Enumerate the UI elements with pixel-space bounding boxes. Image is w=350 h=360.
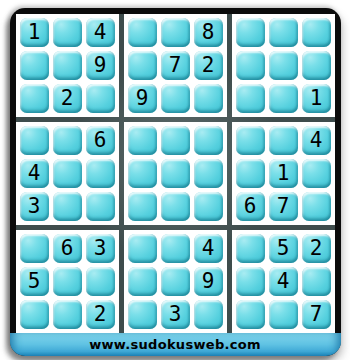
- cell-r4c6-empty[interactable]: [194, 126, 223, 155]
- cell-r5c8-given: 1: [269, 159, 298, 188]
- cell-r8c4-empty[interactable]: [128, 267, 157, 296]
- cell-r1c7-empty[interactable]: [236, 18, 265, 47]
- cell-r1c1-given: 1: [20, 18, 49, 47]
- cell-r9c4-empty[interactable]: [128, 300, 157, 329]
- cell-r6c9-empty[interactable]: [302, 192, 331, 221]
- cell-r1c2-empty[interactable]: [53, 18, 82, 47]
- cell-r4c1-empty[interactable]: [20, 126, 49, 155]
- cell-r6c1-given: 3: [20, 192, 49, 221]
- cell-r7c2-given: 6: [53, 234, 82, 263]
- box-2-2: [124, 122, 227, 225]
- cell-r7c9-given: 2: [302, 234, 331, 263]
- cell-r5c4-empty[interactable]: [128, 159, 157, 188]
- cell-r5c5-empty[interactable]: [161, 159, 190, 188]
- box-3-3: 5247: [232, 230, 335, 333]
- cell-r3c6-empty[interactable]: [194, 84, 223, 113]
- cell-r7c3-given: 3: [86, 234, 115, 263]
- cell-r2c5-given: 7: [161, 51, 190, 80]
- cell-r4c2-empty[interactable]: [53, 126, 82, 155]
- cell-r3c4-given: 9: [128, 84, 157, 113]
- cell-r5c6-empty[interactable]: [194, 159, 223, 188]
- sudoku-board: 149287291643416763524935247: [16, 14, 335, 333]
- cell-r4c7-empty[interactable]: [236, 126, 265, 155]
- cell-r1c3-given: 4: [86, 18, 115, 47]
- cell-r6c6-empty[interactable]: [194, 192, 223, 221]
- cell-r7c5-empty[interactable]: [161, 234, 190, 263]
- cell-r9c9-given: 7: [302, 300, 331, 329]
- cell-r1c8-empty[interactable]: [269, 18, 298, 47]
- cell-r7c6-given: 4: [194, 234, 223, 263]
- cell-r4c3-given: 6: [86, 126, 115, 155]
- cell-r9c5-given: 3: [161, 300, 190, 329]
- cell-r9c7-empty[interactable]: [236, 300, 265, 329]
- cell-r8c9-empty[interactable]: [302, 267, 331, 296]
- cell-r9c2-empty[interactable]: [53, 300, 82, 329]
- box-2-1: 643: [16, 122, 119, 225]
- cell-r3c3-empty[interactable]: [86, 84, 115, 113]
- cell-r2c9-empty[interactable]: [302, 51, 331, 80]
- cell-r3c5-empty[interactable]: [161, 84, 190, 113]
- cell-r4c8-empty[interactable]: [269, 126, 298, 155]
- cell-r3c2-given: 2: [53, 84, 82, 113]
- box-3-2: 493: [124, 230, 227, 333]
- board-frame: 149287291643416763524935247: [10, 8, 341, 333]
- box-1-3: 1: [232, 14, 335, 117]
- box-2-3: 4167: [232, 122, 335, 225]
- cell-r1c6-given: 8: [194, 18, 223, 47]
- cell-r2c8-empty[interactable]: [269, 51, 298, 80]
- cell-r6c3-empty[interactable]: [86, 192, 115, 221]
- cell-r7c7-empty[interactable]: [236, 234, 265, 263]
- cell-r2c3-given: 9: [86, 51, 115, 80]
- sudoku-puzzle-card: 149287291643416763524935247 www.sudokusw…: [10, 8, 341, 356]
- cell-r4c9-given: 4: [302, 126, 331, 155]
- cell-r2c1-empty[interactable]: [20, 51, 49, 80]
- cell-r8c3-empty[interactable]: [86, 267, 115, 296]
- cell-r8c7-empty[interactable]: [236, 267, 265, 296]
- cell-r9c3-given: 2: [86, 300, 115, 329]
- cell-r5c9-empty[interactable]: [302, 159, 331, 188]
- cell-r5c7-empty[interactable]: [236, 159, 265, 188]
- footer-bar: www.sudokusweb.com: [10, 333, 341, 356]
- cell-r8c8-given: 4: [269, 267, 298, 296]
- cell-r8c5-empty[interactable]: [161, 267, 190, 296]
- cell-r2c7-empty[interactable]: [236, 51, 265, 80]
- cell-r6c2-empty[interactable]: [53, 192, 82, 221]
- cell-r8c2-empty[interactable]: [53, 267, 82, 296]
- cell-r1c9-empty[interactable]: [302, 18, 331, 47]
- cell-r3c8-empty[interactable]: [269, 84, 298, 113]
- cell-r5c2-empty[interactable]: [53, 159, 82, 188]
- cell-r1c4-empty[interactable]: [128, 18, 157, 47]
- cell-r7c8-given: 5: [269, 234, 298, 263]
- cell-r6c4-empty[interactable]: [128, 192, 157, 221]
- cell-r7c4-empty[interactable]: [128, 234, 157, 263]
- cell-r5c3-empty[interactable]: [86, 159, 115, 188]
- cell-r6c7-given: 6: [236, 192, 265, 221]
- cell-r3c7-empty[interactable]: [236, 84, 265, 113]
- cell-r9c6-empty[interactable]: [194, 300, 223, 329]
- cell-r4c4-empty[interactable]: [128, 126, 157, 155]
- box-3-1: 6352: [16, 230, 119, 333]
- cell-r4c5-empty[interactable]: [161, 126, 190, 155]
- cell-r7c1-empty[interactable]: [20, 234, 49, 263]
- cell-r9c1-empty[interactable]: [20, 300, 49, 329]
- cell-r9c8-empty[interactable]: [269, 300, 298, 329]
- site-url-label: www.sudokusweb.com: [89, 337, 261, 352]
- cell-r8c6-given: 9: [194, 267, 223, 296]
- cell-r8c1-given: 5: [20, 267, 49, 296]
- box-1-1: 1492: [16, 14, 119, 117]
- cell-r2c4-empty[interactable]: [128, 51, 157, 80]
- cell-r1c5-empty[interactable]: [161, 18, 190, 47]
- cell-r2c6-given: 2: [194, 51, 223, 80]
- cell-r5c1-given: 4: [20, 159, 49, 188]
- cell-r3c9-given: 1: [302, 84, 331, 113]
- cell-r3c1-empty[interactable]: [20, 84, 49, 113]
- box-1-2: 8729: [124, 14, 227, 117]
- cell-r2c2-empty[interactable]: [53, 51, 82, 80]
- cell-r6c5-empty[interactable]: [161, 192, 190, 221]
- cell-r6c8-given: 7: [269, 192, 298, 221]
